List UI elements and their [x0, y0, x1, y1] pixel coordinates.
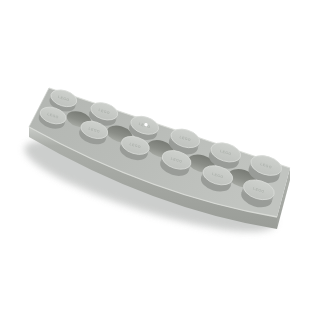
photo-canvas: LEGOLEGOLEGOLEGOLEGOLEGOLEGOLEGOLEGOLEGO… — [0, 0, 320, 320]
lego-plate-photo: LEGOLEGOLEGOLEGOLEGOLEGOLEGOLEGOLEGOLEGO… — [0, 0, 320, 320]
